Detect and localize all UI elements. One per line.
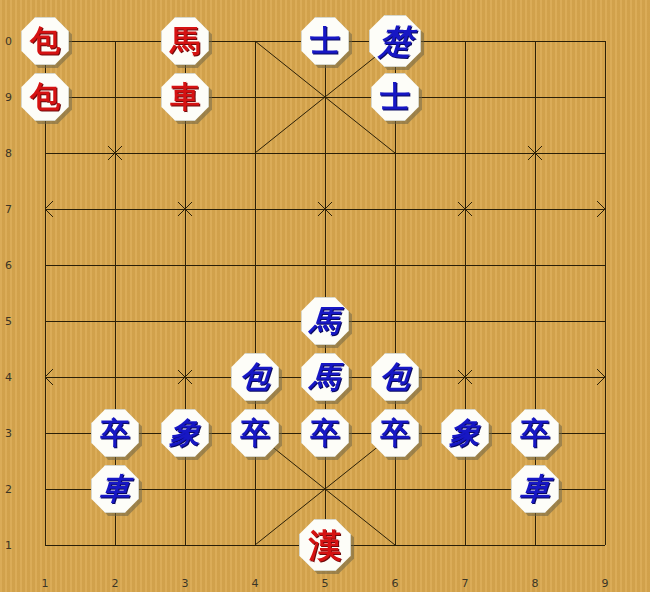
piece-tile: 馬 bbox=[161, 17, 209, 65]
blue-advisor[interactable]: 士 bbox=[371, 73, 419, 121]
column-label-1: 1 bbox=[42, 577, 49, 590]
piece-tile: 卒 bbox=[301, 409, 349, 457]
blue-cannon[interactable]: 包 bbox=[231, 353, 279, 401]
column-label-6: 6 bbox=[392, 577, 399, 590]
row-label-9: 9 bbox=[5, 91, 12, 104]
row-label-6: 6 bbox=[5, 259, 12, 272]
piece-tile: 包 bbox=[21, 17, 69, 65]
column-label-4: 4 bbox=[252, 577, 259, 590]
piece-tile: 卒 bbox=[91, 409, 139, 457]
piece-tile: 包 bbox=[231, 353, 279, 401]
piece-glyph: 卒 bbox=[310, 418, 340, 448]
piece-glyph: 士 bbox=[380, 82, 410, 112]
piece-glyph: 卒 bbox=[240, 418, 270, 448]
piece-glyph: 漢 bbox=[309, 529, 342, 562]
row-label-7: 7 bbox=[5, 203, 12, 216]
blue-horse[interactable]: 馬 bbox=[301, 297, 349, 345]
blue-soldier[interactable]: 卒 bbox=[511, 409, 559, 457]
piece-tile: 卒 bbox=[371, 409, 419, 457]
piece-glyph: 包 bbox=[239, 362, 271, 392]
row-label-3: 3 bbox=[5, 427, 12, 440]
piece-glyph: 馬 bbox=[309, 362, 341, 392]
piece-glyph: 馬 bbox=[309, 306, 341, 336]
piece-glyph: 楚 bbox=[377, 25, 412, 58]
piece-glyph: 象 bbox=[449, 418, 481, 448]
piece-glyph: 象 bbox=[169, 418, 201, 448]
piece-glyph: 士 bbox=[310, 26, 340, 56]
piece-tile: 包 bbox=[21, 73, 69, 121]
blue-cannon[interactable]: 包 bbox=[371, 353, 419, 401]
red-chariot[interactable]: 車 bbox=[161, 73, 209, 121]
blue-elephant[interactable]: 象 bbox=[161, 409, 209, 457]
blue-soldier[interactable]: 卒 bbox=[231, 409, 279, 457]
piece-tile: 士 bbox=[371, 73, 419, 121]
red-cannon[interactable]: 包 bbox=[21, 73, 69, 121]
blue-horse[interactable]: 馬 bbox=[301, 353, 349, 401]
piece-tile: 卒 bbox=[511, 409, 559, 457]
row-label-0: 0 bbox=[5, 35, 12, 48]
blue-advisor[interactable]: 士 bbox=[301, 17, 349, 65]
piece-tile: 車 bbox=[91, 465, 139, 513]
piece-tile: 包 bbox=[371, 353, 419, 401]
piece-tile: 車 bbox=[511, 465, 559, 513]
piece-glyph: 卒 bbox=[520, 418, 550, 448]
piece-tile: 士 bbox=[301, 17, 349, 65]
janggi-board: 0987654321 123456789 包馬士楚包車士馬包馬包卒象卒卒卒象卒車… bbox=[0, 0, 650, 592]
row-label-8: 8 bbox=[5, 147, 12, 160]
piece-tile: 楚 bbox=[369, 15, 421, 67]
piece-glyph: 包 bbox=[379, 362, 411, 392]
piece-tile: 漢 bbox=[299, 519, 351, 571]
piece-glyph: 馬 bbox=[170, 26, 200, 56]
piece-glyph: 包 bbox=[30, 82, 60, 112]
piece-glyph: 車 bbox=[170, 82, 200, 112]
piece-tile: 馬 bbox=[301, 297, 349, 345]
row-label-5: 5 bbox=[5, 315, 12, 328]
column-label-3: 3 bbox=[182, 577, 189, 590]
blue-elephant[interactable]: 象 bbox=[441, 409, 489, 457]
piece-tile: 馬 bbox=[301, 353, 349, 401]
blue-soldier[interactable]: 卒 bbox=[91, 409, 139, 457]
column-label-8: 8 bbox=[532, 577, 539, 590]
piece-tile: 象 bbox=[441, 409, 489, 457]
column-label-5: 5 bbox=[322, 577, 329, 590]
piece-glyph: 車 bbox=[519, 474, 551, 504]
blue-chariot[interactable]: 車 bbox=[91, 465, 139, 513]
piece-glyph: 卒 bbox=[100, 418, 130, 448]
red-general[interactable]: 漢 bbox=[299, 519, 351, 571]
column-label-7: 7 bbox=[462, 577, 469, 590]
piece-tile: 車 bbox=[161, 73, 209, 121]
row-label-2: 2 bbox=[5, 483, 12, 496]
blue-general[interactable]: 楚 bbox=[369, 15, 421, 67]
red-horse[interactable]: 馬 bbox=[161, 17, 209, 65]
piece-tile: 象 bbox=[161, 409, 209, 457]
piece-tile: 卒 bbox=[231, 409, 279, 457]
piece-glyph: 車 bbox=[99, 474, 131, 504]
column-label-9: 9 bbox=[602, 577, 609, 590]
row-label-4: 4 bbox=[5, 371, 12, 384]
piece-glyph: 卒 bbox=[380, 418, 410, 448]
column-label-2: 2 bbox=[112, 577, 119, 590]
blue-soldier[interactable]: 卒 bbox=[371, 409, 419, 457]
row-label-1: 1 bbox=[5, 539, 12, 552]
red-cannon[interactable]: 包 bbox=[21, 17, 69, 65]
piece-glyph: 包 bbox=[30, 26, 60, 56]
blue-soldier[interactable]: 卒 bbox=[301, 409, 349, 457]
blue-chariot[interactable]: 車 bbox=[511, 465, 559, 513]
